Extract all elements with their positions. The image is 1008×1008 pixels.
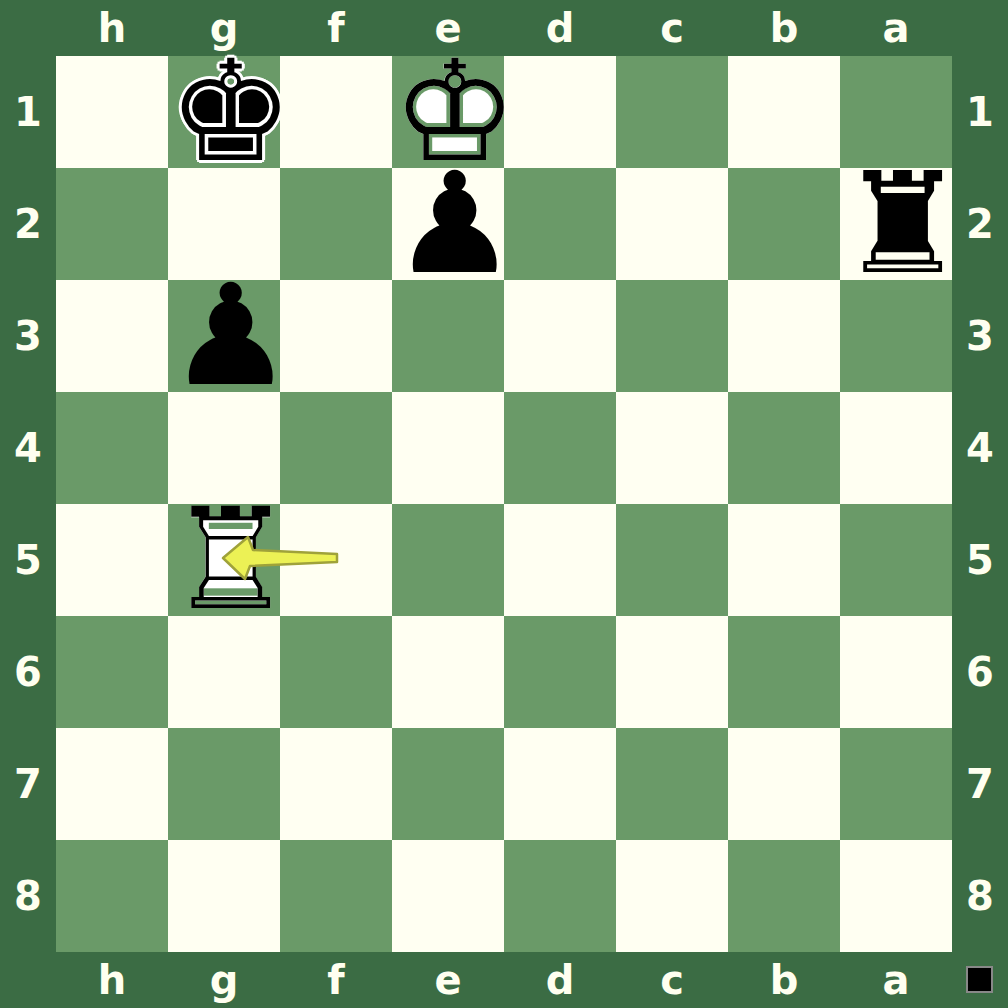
square-d1[interactable] bbox=[504, 56, 616, 168]
file-label-b: b bbox=[728, 952, 840, 1008]
square-d3[interactable] bbox=[504, 280, 616, 392]
square-a8[interactable] bbox=[840, 840, 952, 952]
white-rook[interactable]: ♜♖ bbox=[168, 504, 280, 616]
square-g8[interactable] bbox=[168, 840, 280, 952]
square-f1[interactable] bbox=[280, 56, 392, 168]
black-pawn[interactable]: ♟ bbox=[392, 168, 504, 280]
square-g3[interactable]: ♟ bbox=[168, 280, 280, 392]
black-to-move-indicator bbox=[966, 966, 993, 993]
square-c5[interactable] bbox=[616, 504, 728, 616]
square-g6[interactable] bbox=[168, 616, 280, 728]
square-g1[interactable]: ♚ bbox=[168, 56, 280, 168]
square-f2[interactable] bbox=[280, 168, 392, 280]
square-e8[interactable] bbox=[392, 840, 504, 952]
square-c1[interactable] bbox=[616, 56, 728, 168]
square-g7[interactable] bbox=[168, 728, 280, 840]
square-a4[interactable] bbox=[840, 392, 952, 504]
chessboard-diagram: hgfedcba hgfedcba 12345678 12345678 ♚♚♔♟… bbox=[0, 0, 1008, 1008]
square-f8[interactable] bbox=[280, 840, 392, 952]
square-h5[interactable] bbox=[56, 504, 168, 616]
square-a3[interactable] bbox=[840, 280, 952, 392]
square-b5[interactable] bbox=[728, 504, 840, 616]
file-label-e: e bbox=[392, 952, 504, 1008]
board: ♚♚♔♟♜♟♜♖ bbox=[56, 56, 952, 952]
square-f7[interactable] bbox=[280, 728, 392, 840]
file-label-a: a bbox=[840, 952, 952, 1008]
square-b4[interactable] bbox=[728, 392, 840, 504]
square-d2[interactable] bbox=[504, 168, 616, 280]
rank-label-8: 8 bbox=[952, 840, 1008, 952]
square-c7[interactable] bbox=[616, 728, 728, 840]
square-d8[interactable] bbox=[504, 840, 616, 952]
rank-label-2: 2 bbox=[0, 168, 56, 280]
file-label-d: d bbox=[504, 952, 616, 1008]
square-h2[interactable] bbox=[56, 168, 168, 280]
square-c2[interactable] bbox=[616, 168, 728, 280]
rank-label-7: 7 bbox=[952, 728, 1008, 840]
square-e6[interactable] bbox=[392, 616, 504, 728]
square-b8[interactable] bbox=[728, 840, 840, 952]
square-h7[interactable] bbox=[56, 728, 168, 840]
black-pawn[interactable]: ♟ bbox=[168, 280, 280, 392]
rank-label-6: 6 bbox=[952, 616, 1008, 728]
file-labels-bottom: hgfedcba bbox=[56, 952, 952, 1008]
square-h4[interactable] bbox=[56, 392, 168, 504]
black-king[interactable]: ♚ bbox=[168, 56, 280, 168]
rank-label-5: 5 bbox=[0, 504, 56, 616]
square-b3[interactable] bbox=[728, 280, 840, 392]
file-label-d: d bbox=[504, 0, 616, 56]
square-d7[interactable] bbox=[504, 728, 616, 840]
square-g5[interactable]: ♜♖ bbox=[168, 504, 280, 616]
file-label-f: f bbox=[280, 0, 392, 56]
square-c6[interactable] bbox=[616, 616, 728, 728]
square-a5[interactable] bbox=[840, 504, 952, 616]
rank-labels-left: 12345678 bbox=[0, 56, 56, 952]
square-f4[interactable] bbox=[280, 392, 392, 504]
black-rook[interactable]: ♜ bbox=[840, 168, 952, 280]
rank-label-7: 7 bbox=[0, 728, 56, 840]
file-label-b: b bbox=[728, 0, 840, 56]
square-b2[interactable] bbox=[728, 168, 840, 280]
rank-label-4: 4 bbox=[0, 392, 56, 504]
square-a6[interactable] bbox=[840, 616, 952, 728]
square-f6[interactable] bbox=[280, 616, 392, 728]
square-c3[interactable] bbox=[616, 280, 728, 392]
square-e2[interactable]: ♟ bbox=[392, 168, 504, 280]
square-b6[interactable] bbox=[728, 616, 840, 728]
square-h1[interactable] bbox=[56, 56, 168, 168]
rank-label-4: 4 bbox=[952, 392, 1008, 504]
file-label-c: c bbox=[616, 0, 728, 56]
square-e5[interactable] bbox=[392, 504, 504, 616]
square-d6[interactable] bbox=[504, 616, 616, 728]
square-e7[interactable] bbox=[392, 728, 504, 840]
file-label-h: h bbox=[56, 0, 168, 56]
square-d5[interactable] bbox=[504, 504, 616, 616]
rank-label-1: 1 bbox=[0, 56, 56, 168]
square-h6[interactable] bbox=[56, 616, 168, 728]
file-label-a: a bbox=[840, 0, 952, 56]
square-f5[interactable] bbox=[280, 504, 392, 616]
file-label-g: g bbox=[168, 952, 280, 1008]
square-a7[interactable] bbox=[840, 728, 952, 840]
square-e4[interactable] bbox=[392, 392, 504, 504]
square-d4[interactable] bbox=[504, 392, 616, 504]
file-label-f: f bbox=[280, 952, 392, 1008]
rank-label-6: 6 bbox=[0, 616, 56, 728]
square-a2[interactable]: ♜ bbox=[840, 168, 952, 280]
square-c8[interactable] bbox=[616, 840, 728, 952]
square-b7[interactable] bbox=[728, 728, 840, 840]
rank-label-3: 3 bbox=[0, 280, 56, 392]
square-h8[interactable] bbox=[56, 840, 168, 952]
file-label-c: c bbox=[616, 952, 728, 1008]
rank-label-5: 5 bbox=[952, 504, 1008, 616]
square-b1[interactable] bbox=[728, 56, 840, 168]
square-h3[interactable] bbox=[56, 280, 168, 392]
square-c4[interactable] bbox=[616, 392, 728, 504]
square-e3[interactable] bbox=[392, 280, 504, 392]
file-label-h: h bbox=[56, 952, 168, 1008]
square-f3[interactable] bbox=[280, 280, 392, 392]
rank-label-8: 8 bbox=[0, 840, 56, 952]
